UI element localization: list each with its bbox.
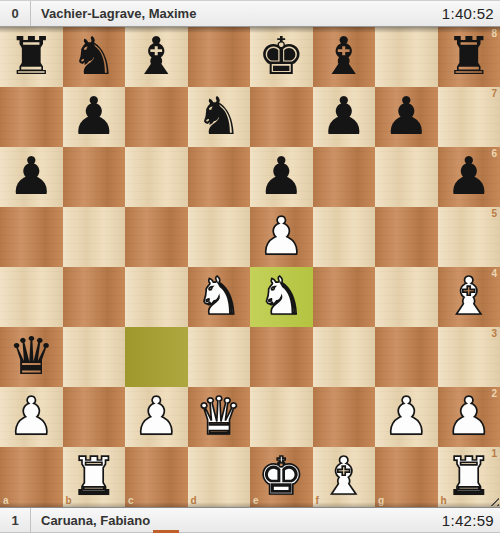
piece-white-rook[interactable]: ♜: [70, 450, 117, 502]
square-e5[interactable]: ♟: [250, 207, 313, 267]
square-b8[interactable]: ♞: [63, 27, 126, 87]
clock-black: 1:40:52: [442, 5, 500, 22]
rank-label-1: 1: [491, 448, 497, 459]
piece-black-pawn[interactable]: ♟: [445, 150, 492, 202]
square-b6[interactable]: [63, 147, 126, 207]
piece-black-bishop[interactable]: ♝: [320, 30, 367, 82]
file-label-f: f: [316, 495, 319, 506]
score-black: 0: [0, 1, 31, 26]
piece-white-pawn[interactable]: ♟: [383, 390, 430, 442]
piece-white-rook[interactable]: ♜: [445, 450, 492, 502]
square-h8[interactable]: ♜8: [438, 27, 500, 87]
square-g7[interactable]: ♟: [375, 87, 438, 147]
square-f1[interactable]: ♝f: [313, 447, 376, 507]
square-b7[interactable]: ♟: [63, 87, 126, 147]
square-f6[interactable]: [313, 147, 376, 207]
square-h2[interactable]: ♟2: [438, 387, 500, 447]
piece-black-pawn[interactable]: ♟: [320, 90, 367, 142]
rank-label-8: 8: [491, 28, 497, 39]
square-d2[interactable]: ♛: [188, 387, 251, 447]
square-a1[interactable]: a: [0, 447, 63, 507]
square-b4[interactable]: [63, 267, 126, 327]
piece-white-pawn[interactable]: ♟: [133, 390, 180, 442]
player-name-black: Vachier-Lagrave, Maxime: [31, 6, 442, 21]
file-label-c: c: [128, 495, 134, 506]
rank-label-5: 5: [491, 208, 497, 219]
square-a6[interactable]: ♟: [0, 147, 63, 207]
square-f5[interactable]: [313, 207, 376, 267]
square-g5[interactable]: [375, 207, 438, 267]
chess-broadcast-window: 0 Vachier-Lagrave, Maxime 1:40:52 ♜♞♝♚♝♜…: [0, 0, 500, 533]
piece-black-knight[interactable]: ♞: [70, 30, 117, 82]
piece-white-king[interactable]: ♚: [258, 450, 305, 502]
square-c3[interactable]: [125, 327, 188, 387]
square-d7[interactable]: ♞: [188, 87, 251, 147]
square-b1[interactable]: ♜b: [63, 447, 126, 507]
piece-white-queen[interactable]: ♛: [195, 390, 242, 442]
piece-black-pawn[interactable]: ♟: [70, 90, 117, 142]
rank-label-7: 7: [491, 88, 497, 99]
piece-black-rook[interactable]: ♜: [445, 30, 492, 82]
square-a3[interactable]: ♛: [0, 327, 63, 387]
square-f2[interactable]: [313, 387, 376, 447]
square-e3[interactable]: [250, 327, 313, 387]
chess-board[interactable]: ♜♞♝♚♝♜8♟♞♟♟7♟♟♟6♟5♞♞♝4♛3♟♟♛♟♟2a♜bcd♚e♝fg…: [0, 27, 500, 507]
player-bar-black: 0 Vachier-Lagrave, Maxime 1:40:52: [0, 0, 500, 27]
piece-black-pawn[interactable]: ♟: [383, 90, 430, 142]
square-g8[interactable]: [375, 27, 438, 87]
square-h7[interactable]: 7: [438, 87, 500, 147]
piece-black-knight[interactable]: ♞: [195, 90, 242, 142]
square-d6[interactable]: [188, 147, 251, 207]
piece-white-bishop[interactable]: ♝: [320, 450, 367, 502]
square-g6[interactable]: [375, 147, 438, 207]
score-white: 1: [0, 508, 31, 532]
square-b2[interactable]: [63, 387, 126, 447]
square-e4[interactable]: ♞: [250, 267, 313, 327]
rank-label-6: 6: [491, 148, 497, 159]
square-a2[interactable]: ♟: [0, 387, 63, 447]
square-e8[interactable]: ♚: [250, 27, 313, 87]
piece-black-queen[interactable]: ♛: [8, 330, 55, 382]
file-label-a: a: [3, 495, 9, 506]
rank-label-4: 4: [491, 268, 497, 279]
player-bar-white: 1 Caruana, Fabiano 1:42:59: [0, 507, 500, 533]
square-h3[interactable]: 3: [438, 327, 500, 387]
square-d4[interactable]: ♞: [188, 267, 251, 327]
square-b3[interactable]: [63, 327, 126, 387]
square-f3[interactable]: [313, 327, 376, 387]
square-d8[interactable]: [188, 27, 251, 87]
square-c2[interactable]: ♟: [125, 387, 188, 447]
file-label-g: g: [378, 495, 384, 506]
piece-black-king[interactable]: ♚: [258, 30, 305, 82]
square-g4[interactable]: [375, 267, 438, 327]
square-a8[interactable]: ♜: [0, 27, 63, 87]
piece-white-bishop[interactable]: ♝: [445, 270, 492, 322]
square-a7[interactable]: [0, 87, 63, 147]
square-f8[interactable]: ♝: [313, 27, 376, 87]
square-c8[interactable]: ♝: [125, 27, 188, 87]
piece-black-pawn[interactable]: ♟: [258, 150, 305, 202]
square-c5[interactable]: [125, 207, 188, 267]
square-e1[interactable]: ♚e: [250, 447, 313, 507]
clock-white: 1:42:59: [442, 512, 500, 529]
square-e2[interactable]: [250, 387, 313, 447]
square-c1[interactable]: c: [125, 447, 188, 507]
rank-label-2: 2: [491, 388, 497, 399]
square-d5[interactable]: [188, 207, 251, 267]
piece-white-pawn[interactable]: ♟: [8, 390, 55, 442]
square-e6[interactable]: ♟: [250, 147, 313, 207]
square-c7[interactable]: [125, 87, 188, 147]
square-d1[interactable]: d: [188, 447, 251, 507]
piece-black-pawn[interactable]: ♟: [8, 150, 55, 202]
square-g3[interactable]: [375, 327, 438, 387]
piece-black-bishop[interactable]: ♝: [133, 30, 180, 82]
piece-white-pawn[interactable]: ♟: [258, 210, 305, 262]
player-name-white: Caruana, Fabiano: [31, 513, 442, 528]
piece-white-pawn[interactable]: ♟: [445, 390, 492, 442]
piece-black-rook[interactable]: ♜: [8, 30, 55, 82]
piece-white-knight[interactable]: ♞: [258, 270, 305, 322]
file-label-d: d: [191, 495, 197, 506]
square-h4[interactable]: ♝4: [438, 267, 500, 327]
square-h6[interactable]: ♟6: [438, 147, 500, 207]
square-h1[interactable]: ♜1h: [438, 447, 500, 507]
square-g2[interactable]: ♟: [375, 387, 438, 447]
square-b5[interactable]: [63, 207, 126, 267]
square-f7[interactable]: ♟: [313, 87, 376, 147]
square-a5[interactable]: [0, 207, 63, 267]
square-g1[interactable]: g: [375, 447, 438, 507]
rank-label-3: 3: [491, 328, 497, 339]
square-e7[interactable]: [250, 87, 313, 147]
square-h5[interactable]: 5: [438, 207, 500, 267]
square-d3[interactable]: [188, 327, 251, 387]
square-a4[interactable]: [0, 267, 63, 327]
square-f4[interactable]: [313, 267, 376, 327]
square-c4[interactable]: [125, 267, 188, 327]
square-c6[interactable]: [125, 147, 188, 207]
piece-white-knight[interactable]: ♞: [195, 270, 242, 322]
